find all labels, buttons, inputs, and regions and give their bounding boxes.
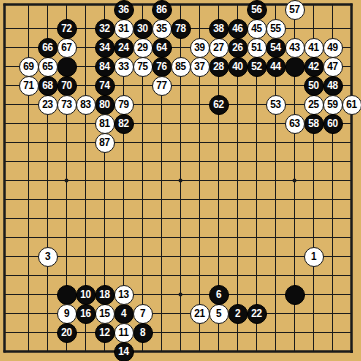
white-stone: 45 — [247, 19, 267, 39]
black-stone: 32 — [95, 19, 115, 39]
black-stone: 62 — [209, 95, 229, 115]
black-stone: 64 — [152, 38, 172, 58]
black-stone: 70 — [57, 76, 77, 96]
white-stone: 27 — [209, 38, 229, 58]
black-stone: 66 — [38, 38, 58, 58]
white-stone: 11 — [114, 323, 134, 343]
white-stone: 87 — [95, 133, 115, 153]
black-stone: 82 — [114, 114, 134, 134]
black-stone: 36 — [114, 0, 134, 20]
black-stone: 16 — [76, 304, 96, 324]
white-stone: 85 — [171, 57, 191, 77]
white-stone: 75 — [133, 57, 153, 77]
white-stone: 7 — [133, 304, 153, 324]
black-stone: 42 — [304, 57, 324, 77]
white-stone: 69 — [19, 57, 39, 77]
white-stone: 15 — [95, 304, 115, 324]
white-stone: 31 — [114, 19, 134, 39]
black-stone: 68 — [38, 76, 58, 96]
black-stone: 86 — [152, 0, 172, 20]
white-stone: 33 — [114, 57, 134, 77]
black-stone: 2 — [228, 304, 248, 324]
black-stone: 8 — [133, 323, 153, 343]
black-stone: 38 — [209, 19, 229, 39]
white-stone: 47 — [323, 57, 343, 77]
white-stone: 77 — [152, 76, 172, 96]
black-stone: 44 — [266, 57, 286, 77]
white-stone: 83 — [76, 95, 96, 115]
white-stone: 81 — [95, 114, 115, 134]
black-stone: 30 — [133, 19, 153, 39]
black-stone — [285, 57, 305, 77]
black-stone: 24 — [114, 38, 134, 58]
black-stone: 28 — [209, 57, 229, 77]
black-stone: 76 — [152, 57, 172, 77]
white-stone: 51 — [247, 38, 267, 58]
white-stone: 1 — [304, 247, 324, 267]
black-stone: 40 — [228, 57, 248, 77]
black-stone: 20 — [57, 323, 77, 343]
black-stone: 60 — [323, 114, 343, 134]
white-stone: 73 — [57, 95, 77, 115]
black-stone — [57, 285, 77, 305]
white-stone: 49 — [323, 38, 343, 58]
white-stone: 13 — [114, 285, 134, 305]
white-stone: 55 — [266, 19, 286, 39]
black-stone: 4 — [114, 304, 134, 324]
white-stone: 65 — [38, 57, 58, 77]
white-stone: 3 — [38, 247, 58, 267]
white-stone: 23 — [38, 95, 58, 115]
black-stone — [285, 285, 305, 305]
white-stone: 59 — [323, 95, 343, 115]
black-stone: 26 — [228, 38, 248, 58]
black-stone: 58 — [304, 114, 324, 134]
white-stone: 39 — [190, 38, 210, 58]
black-stone: 22 — [247, 304, 267, 324]
white-stone: 63 — [285, 114, 305, 134]
black-stone: 50 — [304, 76, 324, 96]
white-stone: 43 — [285, 38, 305, 58]
white-stone: 5 — [209, 304, 229, 324]
white-stone: 29 — [133, 38, 153, 58]
black-stone: 72 — [57, 19, 77, 39]
white-stone: 41 — [304, 38, 324, 58]
black-stone: 14 — [114, 342, 134, 361]
black-stone: 18 — [95, 285, 115, 305]
white-stone: 79 — [114, 95, 134, 115]
black-stone: 74 — [95, 76, 115, 96]
white-stone: 35 — [152, 19, 172, 39]
black-stone — [57, 57, 77, 77]
black-stone: 78 — [171, 19, 191, 39]
black-stone: 52 — [247, 57, 267, 77]
white-stone: 71 — [19, 76, 39, 96]
black-stone: 56 — [247, 0, 267, 20]
go-board[interactable]: 1234567891011121314151618202122232425262… — [0, 0, 361, 361]
white-stone: 57 — [285, 0, 305, 20]
black-stone: 34 — [95, 38, 115, 58]
black-stone: 54 — [266, 38, 286, 58]
black-stone: 12 — [95, 323, 115, 343]
white-stone: 25 — [304, 95, 324, 115]
white-stone: 53 — [266, 95, 286, 115]
black-stone: 84 — [95, 57, 115, 77]
white-stone: 67 — [57, 38, 77, 58]
white-stone: 61 — [342, 95, 361, 115]
stones-layer: 1234567891011121314151618202122232425262… — [0, 0, 361, 361]
white-stone: 37 — [190, 57, 210, 77]
black-stone: 80 — [95, 95, 115, 115]
white-stone: 9 — [57, 304, 77, 324]
white-stone: 21 — [190, 304, 210, 324]
black-stone: 10 — [76, 285, 96, 305]
black-stone: 48 — [323, 76, 343, 96]
black-stone: 6 — [209, 285, 229, 305]
black-stone: 46 — [228, 19, 248, 39]
